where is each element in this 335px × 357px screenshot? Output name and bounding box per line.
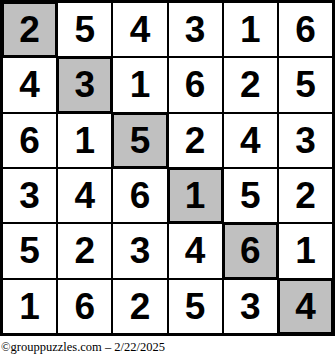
- cell-r3c1: 6: [3, 114, 56, 167]
- cell-r1c5: 1: [224, 3, 277, 56]
- cell-r6c4: 5: [169, 280, 222, 333]
- cell-r6c5: 3: [224, 280, 277, 333]
- cell-r5c1: 5: [3, 224, 56, 277]
- cell-r4c3: 6: [113, 169, 166, 222]
- cell-r6c3: 2: [113, 280, 166, 333]
- cell-r5c3: 3: [113, 224, 166, 277]
- cell-r2c1: 4: [3, 58, 56, 111]
- stairstep-sudoku-board: 254316431625615243346152523461162534: [0, 0, 335, 336]
- cell-r2c5: 2: [224, 58, 277, 111]
- cell-r2c4: 6: [169, 58, 222, 111]
- cell-r6c6: 4: [279, 280, 332, 333]
- cell-r5c4: 4: [169, 224, 222, 277]
- cell-r3c4: 2: [169, 114, 222, 167]
- cell-r4c4: 1: [169, 169, 222, 222]
- cell-r2c2: 3: [58, 58, 111, 111]
- cell-r5c5: 6: [224, 224, 277, 277]
- cell-r1c2: 5: [58, 3, 111, 56]
- cell-r1c3: 4: [113, 3, 166, 56]
- cell-r4c1: 3: [3, 169, 56, 222]
- copyright-credit: ©grouppuzzles.com – 2/22/2025: [0, 336, 335, 357]
- cell-r3c5: 4: [224, 114, 277, 167]
- cell-r5c2: 2: [58, 224, 111, 277]
- cell-r4c5: 5: [224, 169, 277, 222]
- cell-r2c6: 5: [279, 58, 332, 111]
- cell-r3c2: 1: [58, 114, 111, 167]
- cell-r1c6: 6: [279, 3, 332, 56]
- cell-r3c3: 5: [113, 114, 166, 167]
- cell-r4c6: 2: [279, 169, 332, 222]
- cell-r2c3: 1: [113, 58, 166, 111]
- cell-r1c1: 2: [3, 3, 56, 56]
- cell-r6c2: 6: [58, 280, 111, 333]
- cell-r5c6: 1: [279, 224, 332, 277]
- cell-r4c2: 4: [58, 169, 111, 222]
- cell-r6c1: 1: [3, 280, 56, 333]
- cell-r3c6: 3: [279, 114, 332, 167]
- cell-r1c4: 3: [169, 3, 222, 56]
